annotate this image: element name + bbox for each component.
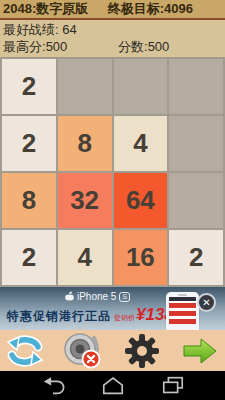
ad-close-button[interactable]: ✕ (197, 293, 216, 312)
green-arrow-icon (182, 336, 218, 366)
ad-price-label: 促销价 (114, 313, 135, 323)
ad-phone-image (166, 292, 199, 330)
nav-recents-button[interactable] (161, 374, 185, 398)
board[interactable]: 22848326424162 (0, 57, 225, 287)
nav-home-button[interactable] (101, 374, 125, 398)
ad-text: iPhone 5 S 特惠促销港行正品 促销价 ¥1380 (0, 287, 165, 330)
speaker-muted-icon (63, 332, 103, 370)
recents-icon (161, 374, 185, 398)
settings-button[interactable] (122, 332, 162, 370)
ad-banner[interactable]: iPhone 5 S 特惠促销港行正品 促销价 ¥1380 ✕ (0, 287, 225, 330)
tile-32: 32 (58, 173, 112, 228)
next-button[interactable] (180, 332, 220, 370)
title-bar: 2048:数字原版 终极目标:4096 (0, 0, 225, 18)
empty-cell (169, 173, 223, 228)
toolbar (0, 330, 225, 371)
android-navbar (0, 371, 225, 400)
gear-icon (124, 333, 160, 369)
tile-2: 2 (2, 59, 56, 114)
back-icon (41, 373, 65, 399)
ad-brand-badge: S (119, 292, 130, 302)
goal-text: 终极目标:4096 (108, 0, 193, 18)
restart-button[interactable] (5, 332, 45, 370)
home-icon (101, 374, 125, 398)
tile-2: 2 (2, 116, 56, 171)
stats-panel: 最好战绩: 64 最高分:500 分数:500 (0, 20, 225, 57)
high-score: 最高分:500 (3, 39, 67, 54)
nav-back-button[interactable] (41, 374, 65, 398)
tile-64: 64 (114, 173, 168, 228)
best-record: 最好战绩: 64 (3, 21, 225, 38)
sound-off-button[interactable] (63, 332, 103, 370)
tile-16: 16 (114, 230, 168, 285)
tile-8: 8 (58, 116, 112, 171)
tile-4: 4 (58, 230, 112, 285)
tile-2: 2 (2, 230, 56, 285)
empty-cell (114, 59, 168, 114)
empty-cell (169, 59, 223, 114)
refresh-icon (6, 333, 44, 369)
tile-8: 8 (2, 173, 56, 228)
tile-4: 4 (114, 116, 168, 171)
tile-2: 2 (169, 230, 223, 285)
app-title: 2048:数字原版 (3, 0, 88, 18)
ad-brand: iPhone 5 (77, 291, 116, 302)
empty-cell (169, 116, 223, 171)
empty-cell (58, 59, 112, 114)
apple-logo-icon (65, 291, 74, 302)
current-score: 分数:500 (118, 38, 169, 55)
ad-promo-text: 特惠促销港行正品 (7, 308, 111, 325)
